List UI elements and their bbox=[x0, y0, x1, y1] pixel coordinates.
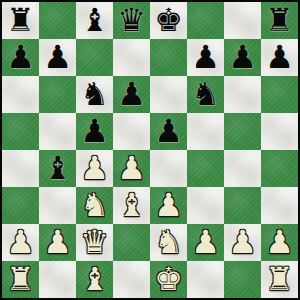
black-pawn-h7[interactable]: ♟ bbox=[261, 39, 298, 76]
chess-board-frame: ♜♝♛♚♜♟♟♟♟♟♞♟♞♟♟♝♟♟♞♝♟♟♟♛♞♟♟♟♜♝♚♜ bbox=[0, 0, 300, 300]
square-d2[interactable] bbox=[113, 224, 150, 261]
white-pawn-b2[interactable]: ♟ bbox=[39, 224, 76, 261]
black-bishop-c8[interactable]: ♝ bbox=[76, 2, 113, 39]
square-e2[interactable]: ♞ bbox=[150, 224, 187, 261]
square-b8[interactable] bbox=[39, 2, 76, 39]
black-king-e8[interactable]: ♚ bbox=[150, 2, 187, 39]
square-d3[interactable]: ♝ bbox=[113, 187, 150, 224]
square-c3[interactable]: ♞ bbox=[76, 187, 113, 224]
white-pawn-e3[interactable]: ♟ bbox=[150, 187, 187, 224]
square-d4[interactable]: ♟ bbox=[113, 150, 150, 187]
square-c2[interactable]: ♛ bbox=[76, 224, 113, 261]
square-g3[interactable] bbox=[224, 187, 261, 224]
white-rook-h1[interactable]: ♜ bbox=[261, 261, 298, 298]
square-e5[interactable]: ♟ bbox=[150, 113, 187, 150]
square-h2[interactable]: ♟ bbox=[261, 224, 298, 261]
square-b6[interactable] bbox=[39, 76, 76, 113]
square-b3[interactable] bbox=[39, 187, 76, 224]
square-d6[interactable]: ♟ bbox=[113, 76, 150, 113]
white-bishop-c1[interactable]: ♝ bbox=[76, 261, 113, 298]
black-knight-c6[interactable]: ♞ bbox=[76, 76, 113, 113]
square-e8[interactable]: ♚ bbox=[150, 2, 187, 39]
white-bishop-d3[interactable]: ♝ bbox=[113, 187, 150, 224]
white-pawn-f2[interactable]: ♟ bbox=[187, 224, 224, 261]
square-a4[interactable] bbox=[2, 150, 39, 187]
square-a2[interactable]: ♟ bbox=[2, 224, 39, 261]
square-d5[interactable] bbox=[113, 113, 150, 150]
square-e4[interactable] bbox=[150, 150, 187, 187]
black-pawn-f7[interactable]: ♟ bbox=[187, 39, 224, 76]
white-rook-a1[interactable]: ♜ bbox=[2, 261, 39, 298]
square-a5[interactable] bbox=[2, 113, 39, 150]
square-c7[interactable] bbox=[76, 39, 113, 76]
black-pawn-a7[interactable]: ♟ bbox=[2, 39, 39, 76]
square-b7[interactable]: ♟ bbox=[39, 39, 76, 76]
square-c6[interactable]: ♞ bbox=[76, 76, 113, 113]
square-g4[interactable] bbox=[224, 150, 261, 187]
black-knight-f6[interactable]: ♞ bbox=[187, 76, 224, 113]
black-rook-a8[interactable]: ♜ bbox=[2, 2, 39, 39]
square-f6[interactable]: ♞ bbox=[187, 76, 224, 113]
square-e6[interactable] bbox=[150, 76, 187, 113]
square-c8[interactable]: ♝ bbox=[76, 2, 113, 39]
square-a1[interactable]: ♜ bbox=[2, 261, 39, 298]
square-c1[interactable]: ♝ bbox=[76, 261, 113, 298]
square-g1[interactable] bbox=[224, 261, 261, 298]
square-b5[interactable] bbox=[39, 113, 76, 150]
square-a7[interactable]: ♟ bbox=[2, 39, 39, 76]
square-c4[interactable]: ♟ bbox=[76, 150, 113, 187]
square-f2[interactable]: ♟ bbox=[187, 224, 224, 261]
black-bishop-b4[interactable]: ♝ bbox=[39, 150, 76, 187]
square-a6[interactable] bbox=[2, 76, 39, 113]
square-d1[interactable] bbox=[113, 261, 150, 298]
square-g5[interactable] bbox=[224, 113, 261, 150]
black-pawn-c5[interactable]: ♟ bbox=[76, 113, 113, 150]
square-g8[interactable] bbox=[224, 2, 261, 39]
white-queen-c2[interactable]: ♛ bbox=[76, 224, 113, 261]
square-h8[interactable]: ♜ bbox=[261, 2, 298, 39]
square-a8[interactable]: ♜ bbox=[2, 2, 39, 39]
square-e7[interactable] bbox=[150, 39, 187, 76]
square-e3[interactable]: ♟ bbox=[150, 187, 187, 224]
black-pawn-e5[interactable]: ♟ bbox=[150, 113, 187, 150]
square-h7[interactable]: ♟ bbox=[261, 39, 298, 76]
square-b4[interactable]: ♝ bbox=[39, 150, 76, 187]
white-pawn-d4[interactable]: ♟ bbox=[113, 150, 150, 187]
square-b2[interactable]: ♟ bbox=[39, 224, 76, 261]
square-h6[interactable] bbox=[261, 76, 298, 113]
black-rook-h8[interactable]: ♜ bbox=[261, 2, 298, 39]
black-pawn-b7[interactable]: ♟ bbox=[39, 39, 76, 76]
square-h1[interactable]: ♜ bbox=[261, 261, 298, 298]
black-queen-d8[interactable]: ♛ bbox=[113, 2, 150, 39]
square-f8[interactable] bbox=[187, 2, 224, 39]
square-h5[interactable] bbox=[261, 113, 298, 150]
square-g7[interactable]: ♟ bbox=[224, 39, 261, 76]
square-f4[interactable] bbox=[187, 150, 224, 187]
square-f7[interactable]: ♟ bbox=[187, 39, 224, 76]
square-e1[interactable]: ♚ bbox=[150, 261, 187, 298]
square-b1[interactable] bbox=[39, 261, 76, 298]
white-king-e1[interactable]: ♚ bbox=[150, 261, 187, 298]
square-c5[interactable]: ♟ bbox=[76, 113, 113, 150]
white-knight-e2[interactable]: ♞ bbox=[150, 224, 187, 261]
white-knight-c3[interactable]: ♞ bbox=[76, 187, 113, 224]
square-f1[interactable] bbox=[187, 261, 224, 298]
white-pawn-c4[interactable]: ♟ bbox=[76, 150, 113, 187]
square-d8[interactable]: ♛ bbox=[113, 2, 150, 39]
square-g6[interactable] bbox=[224, 76, 261, 113]
square-d7[interactable] bbox=[113, 39, 150, 76]
white-pawn-g2[interactable]: ♟ bbox=[224, 224, 261, 261]
black-pawn-d6[interactable]: ♟ bbox=[113, 76, 150, 113]
black-pawn-g7[interactable]: ♟ bbox=[224, 39, 261, 76]
square-h4[interactable] bbox=[261, 150, 298, 187]
white-pawn-a2[interactable]: ♟ bbox=[2, 224, 39, 261]
chess-board: ♜♝♛♚♜♟♟♟♟♟♞♟♞♟♟♝♟♟♞♝♟♟♟♛♞♟♟♟♜♝♚♜ bbox=[2, 2, 298, 298]
square-a3[interactable] bbox=[2, 187, 39, 224]
square-h3[interactable] bbox=[261, 187, 298, 224]
square-f5[interactable] bbox=[187, 113, 224, 150]
square-g2[interactable]: ♟ bbox=[224, 224, 261, 261]
white-pawn-h2[interactable]: ♟ bbox=[261, 224, 298, 261]
square-f3[interactable] bbox=[187, 187, 224, 224]
